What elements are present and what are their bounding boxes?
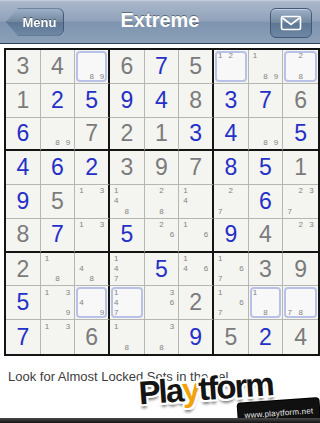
- pencil-marks: 13: [76, 186, 107, 217]
- pencil-mark: 1: [180, 254, 190, 264]
- pencil-mark: 4: [111, 264, 122, 274]
- cell-value: 1: [294, 156, 307, 179]
- cell-r3c6[interactable]: 3: [179, 118, 214, 152]
- cell-r2c7[interactable]: 3: [214, 84, 249, 118]
- pencil-mark: 6: [167, 230, 178, 240]
- cell-r3c2[interactable]: 89: [41, 118, 76, 152]
- pencil-mark: 8: [87, 72, 97, 82]
- pencil-marks: 28: [284, 51, 317, 82]
- cell-value: 3: [120, 156, 133, 179]
- cell-value: 6: [120, 55, 133, 78]
- cell-r8c1[interactable]: 5: [6, 286, 41, 320]
- cell-r6c6[interactable]: 16: [179, 219, 214, 253]
- cell-value: 9: [189, 326, 202, 349]
- pencil-mark: 1: [250, 287, 261, 297]
- cell-value: 2: [259, 326, 272, 349]
- pencil-mark: 7: [215, 308, 226, 318]
- pencil-mark: 2: [226, 186, 237, 196]
- cell-r1c6[interactable]: 5: [179, 50, 214, 84]
- pencil-mark: 8: [295, 308, 306, 318]
- pencil-mark: 4: [111, 298, 122, 308]
- cell-value: 2: [16, 258, 29, 281]
- cell-r8c2[interactable]: 139: [41, 286, 76, 320]
- pencil-mark: 7: [111, 274, 122, 284]
- cell-value: 5: [85, 89, 98, 112]
- pencil-mark: 1: [250, 51, 261, 61]
- cell-value: 3: [224, 89, 237, 112]
- cell-value: 5: [189, 55, 202, 78]
- pencil-mark: 9: [271, 72, 282, 82]
- envelope-icon: [280, 15, 302, 31]
- cell-r1c8[interactable]: 189: [249, 50, 284, 84]
- mail-button[interactable]: [270, 8, 312, 38]
- pencil-marks: 38: [146, 321, 178, 353]
- cell-value: 9: [120, 89, 133, 112]
- pencil-mark: 8: [52, 274, 63, 284]
- pencil-marks: 167: [215, 254, 247, 285]
- cell-r7c4[interactable]: 147: [110, 253, 145, 287]
- pencil-mark: 6: [236, 264, 247, 274]
- cell-value: 6: [85, 326, 98, 349]
- menu-button[interactable]: Menu: [6, 8, 64, 36]
- pencil-marks: 237: [284, 186, 317, 217]
- cell-r9c6[interactable]: 9: [179, 320, 214, 354]
- cell-value: 6: [259, 190, 272, 213]
- cell-r2c8[interactable]: 7: [249, 84, 284, 118]
- pencil-mark: 7: [284, 308, 295, 318]
- highlight-ring: [284, 51, 317, 82]
- pencil-mark: 3: [167, 287, 178, 297]
- pencil-mark: 3: [63, 321, 74, 332]
- cell-r7c3[interactable]: 48: [75, 253, 110, 287]
- cell-r6c2[interactable]: 7: [41, 219, 76, 253]
- pencil-mark: 3: [97, 220, 107, 230]
- pencil-marks: 189: [250, 51, 282, 82]
- pencil-mark: 9: [97, 308, 107, 318]
- pencil-mark: 9: [63, 308, 74, 318]
- cell-value: 7: [85, 122, 98, 145]
- pencil-marks: 89: [250, 119, 282, 149]
- cell-value: 2: [51, 89, 64, 112]
- pencil-mark: 3: [306, 186, 317, 196]
- menu-button-label: Menu: [23, 15, 57, 30]
- cell-value: 5: [155, 258, 168, 281]
- cell-value: 6: [294, 89, 307, 112]
- pencil-mark: 8: [122, 207, 133, 217]
- cell-r5c3[interactable]: 13: [75, 185, 110, 219]
- cell-value: 1: [16, 89, 29, 112]
- pencil-mark: 9: [97, 72, 107, 82]
- pencil-mark: 1: [111, 321, 122, 332]
- pencil-mark: 8: [260, 72, 271, 82]
- cell-r3c8[interactable]: 89: [249, 118, 284, 152]
- pencil-mark: 3: [167, 321, 178, 332]
- cell-r5c4[interactable]: 148: [110, 185, 145, 219]
- cell-value: 5: [51, 190, 64, 213]
- cell-value: 8: [224, 156, 237, 179]
- pencil-mark: 8: [52, 138, 63, 148]
- cell-r4c1[interactable]: 4: [6, 151, 41, 185]
- cell-r5c5[interactable]: 28: [145, 185, 180, 219]
- cell-r9c5[interactable]: 38: [145, 320, 180, 354]
- cell-value: 4: [16, 156, 29, 179]
- cell-r1c2[interactable]: 4: [41, 50, 76, 84]
- pencil-mark: 1: [42, 287, 53, 297]
- cell-r5c9[interactable]: 237: [283, 185, 318, 219]
- pencil-marks: 16: [180, 220, 211, 250]
- pencil-mark: 2: [295, 51, 306, 61]
- pencil-mark: 9: [63, 138, 74, 148]
- cell-value: 3: [189, 122, 202, 145]
- cell-value: 9: [155, 156, 168, 179]
- cell-r6c4[interactable]: 5: [110, 219, 145, 253]
- cell-r3c1[interactable]: 6: [6, 118, 41, 152]
- cell-value: 9: [16, 190, 29, 213]
- pencil-mark: 8: [260, 138, 271, 148]
- pencil-marks: 48: [76, 254, 107, 285]
- pencil-mark: 1: [76, 186, 86, 196]
- pencil-marks: 49: [76, 287, 107, 318]
- cell-r1c7[interactable]: 12: [214, 50, 249, 84]
- pencil-mark: 3: [97, 186, 107, 196]
- pencil-mark: 1: [76, 220, 86, 230]
- pencil-mark: 1: [42, 321, 53, 332]
- cell-r8c5[interactable]: 36: [145, 286, 180, 320]
- cell-r7c2[interactable]: 18: [41, 253, 76, 287]
- highlight-ring: [215, 51, 247, 82]
- cell-r5c2[interactable]: 5: [41, 185, 76, 219]
- cell-r3c7[interactable]: 4: [214, 118, 249, 152]
- pencil-mark: 4: [111, 196, 122, 206]
- cell-value: 5: [259, 156, 272, 179]
- cell-value: 4: [224, 122, 237, 145]
- cell-value: 4: [259, 223, 272, 246]
- cell-value: 5: [224, 326, 237, 349]
- cell-r5c1[interactable]: 9: [6, 185, 41, 219]
- cell-value: 2: [189, 291, 202, 314]
- cell-value: 3: [16, 55, 29, 78]
- cell-r7c5[interactable]: 5: [145, 253, 180, 287]
- pencil-mark: 4: [76, 298, 86, 308]
- highlight-ring: [76, 287, 107, 318]
- pencil-mark: 6: [201, 264, 211, 274]
- cell-r7c6[interactable]: 146: [179, 253, 214, 287]
- pencil-marks: 28: [146, 186, 178, 217]
- cell-r6c8[interactable]: 4: [249, 219, 284, 253]
- pencil-mark: 6: [201, 230, 211, 240]
- pencil-mark: 7: [215, 274, 226, 284]
- cell-value: 4: [155, 89, 168, 112]
- pencil-mark: 8: [295, 72, 306, 82]
- cell-r6c5[interactable]: 26: [145, 219, 180, 253]
- pencil-mark: 8: [156, 342, 167, 353]
- pencil-marks: 14: [180, 186, 211, 217]
- cell-r1c4[interactable]: 6: [110, 50, 145, 84]
- pencil-marks: 139: [42, 287, 74, 318]
- cell-r2c4[interactable]: 9: [110, 84, 145, 118]
- pencil-marks: 26: [146, 220, 178, 250]
- pencil-mark: 1: [215, 254, 226, 264]
- pencil-marks: 89: [76, 51, 107, 82]
- cell-r3c3[interactable]: 7: [75, 118, 110, 152]
- pencil-mark: 1: [215, 287, 226, 297]
- cell-r8c4[interactable]: 147: [110, 286, 145, 320]
- cell-value: 7: [155, 55, 168, 78]
- pencil-marks: 12: [215, 51, 247, 82]
- cell-r7c8[interactable]: 3: [249, 253, 284, 287]
- pencil-marks: 148: [111, 186, 143, 217]
- pencil-mark: 6: [236, 298, 247, 308]
- pencil-marks: 18: [111, 321, 143, 353]
- cell-r4c4[interactable]: 3: [110, 151, 145, 185]
- cell-r2c3[interactable]: 5: [75, 84, 110, 118]
- cell-value: 5: [294, 122, 307, 145]
- cell-r3c9[interactable]: 5: [283, 118, 318, 152]
- cell-r4c9[interactable]: 1: [283, 151, 318, 185]
- cell-r1c5[interactable]: 7: [145, 50, 180, 84]
- cell-r2c2[interactable]: 2: [41, 84, 76, 118]
- pencil-mark: 8: [156, 207, 167, 217]
- cell-r7c1[interactable]: 2: [6, 253, 41, 287]
- cell-r9c1[interactable]: 7: [6, 320, 41, 354]
- cell-r8c3[interactable]: 49: [75, 286, 110, 320]
- pencil-marks: 13: [76, 220, 107, 250]
- cell-value: 3: [259, 258, 272, 281]
- cell-r9c9[interactable]: 4: [283, 320, 318, 354]
- cell-value: 2: [85, 156, 98, 179]
- pencil-mark: 1: [42, 254, 53, 264]
- pencil-mark: 3: [63, 287, 74, 297]
- cell-r8c6[interactable]: 2: [179, 286, 214, 320]
- cell-value: 4: [294, 326, 307, 349]
- pencil-mark: 9: [271, 138, 282, 148]
- cell-value: 8: [189, 89, 202, 112]
- cell-r5c6[interactable]: 14: [179, 185, 214, 219]
- cell-r3c5[interactable]: 1: [145, 118, 180, 152]
- pencil-mark: 1: [180, 220, 190, 230]
- cell-r4c6[interactable]: 7: [179, 151, 214, 185]
- pencil-mark: 8: [122, 342, 133, 353]
- cell-value: 7: [259, 89, 272, 112]
- highlight-ring: [250, 287, 282, 318]
- pencil-mark: 7: [215, 207, 226, 217]
- pencil-marks: 27: [215, 186, 247, 217]
- cell-r5c8[interactable]: 6: [249, 185, 284, 219]
- pencil-mark: 2: [156, 220, 167, 230]
- pencil-mark: 4: [180, 196, 190, 206]
- pencil-mark: 1: [180, 186, 190, 196]
- cell-r2c6[interactable]: 8: [179, 84, 214, 118]
- pencil-marks: 89: [42, 119, 74, 149]
- cell-value: 7: [189, 156, 202, 179]
- cell-r9c4[interactable]: 18: [110, 320, 145, 354]
- bottom-strip: [0, 418, 320, 423]
- cell-r4c5[interactable]: 9: [145, 151, 180, 185]
- pencil-mark: 4: [76, 264, 86, 274]
- pencil-marks: 78: [284, 287, 317, 318]
- cell-r7c9[interactable]: 9: [283, 253, 318, 287]
- cell-r4c2[interactable]: 6: [41, 151, 76, 185]
- cell-r1c9[interactable]: 28: [283, 50, 318, 84]
- cell-value: 2: [120, 122, 133, 145]
- cell-value: 8: [16, 223, 29, 246]
- pencil-mark: 8: [87, 274, 97, 284]
- cell-value: 6: [16, 122, 29, 145]
- pencil-mark: 2: [295, 220, 306, 230]
- pencil-mark: 2: [226, 51, 237, 61]
- cell-r3c4[interactable]: 2: [110, 118, 145, 152]
- cell-value: 6: [51, 156, 64, 179]
- cell-r4c8[interactable]: 5: [249, 151, 284, 185]
- sudoku-grid: 3489675121892812594837668972134895462397…: [4, 48, 320, 356]
- pencil-marks: 18: [42, 254, 74, 285]
- pencil-mark: 8: [260, 308, 271, 318]
- pencil-mark: 6: [167, 298, 178, 308]
- cell-r9c8[interactable]: 2: [249, 320, 284, 354]
- highlight-ring: [284, 287, 317, 318]
- pencil-mark: 7: [111, 308, 122, 318]
- navigation-bar: Menu Extreme: [0, 0, 320, 44]
- pencil-marks: 18: [250, 287, 282, 318]
- cell-r4c7[interactable]: 8: [214, 151, 249, 185]
- cell-r8c8[interactable]: 18: [249, 286, 284, 320]
- hint-text: Look for Almost Locked Sets in the sel: [8, 369, 318, 384]
- pencil-mark: 1: [111, 254, 122, 264]
- cell-r6c9[interactable]: 23: [283, 219, 318, 253]
- cell-r6c7[interactable]: 9: [214, 219, 249, 253]
- highlight-ring: [76, 51, 107, 82]
- cell-value: 5: [16, 291, 29, 314]
- cell-r9c7[interactable]: 5: [214, 320, 249, 354]
- cell-r8c7[interactable]: 167: [214, 286, 249, 320]
- cell-r8c9[interactable]: 78: [283, 286, 318, 320]
- pencil-marks: 147: [111, 254, 143, 285]
- pencil-mark: 2: [156, 186, 167, 196]
- cell-r2c1[interactable]: 1: [6, 84, 41, 118]
- cell-r2c9[interactable]: 6: [283, 84, 318, 118]
- pencil-mark: 1: [111, 186, 122, 196]
- highlight-ring: [111, 287, 143, 318]
- cell-value: 7: [16, 326, 29, 349]
- cell-value: 4: [51, 55, 64, 78]
- pencil-mark: 1: [215, 51, 226, 61]
- cell-r5c7[interactable]: 27: [214, 185, 249, 219]
- cell-r6c1[interactable]: 8: [6, 219, 41, 253]
- cell-r6c3[interactable]: 13: [75, 219, 110, 253]
- pencil-mark: 4: [180, 264, 190, 274]
- cell-r1c1[interactable]: 3: [6, 50, 41, 84]
- pencil-mark: 3: [306, 220, 317, 230]
- pencil-marks: 13: [42, 321, 74, 353]
- cell-value: 7: [51, 223, 64, 246]
- cell-r2c5[interactable]: 4: [145, 84, 180, 118]
- pencil-marks: 147: [111, 287, 143, 318]
- pencil-mark: 2: [295, 186, 306, 196]
- pencil-marks: 23: [284, 220, 317, 250]
- cell-r4c3[interactable]: 2: [75, 151, 110, 185]
- pencil-mark: 1: [111, 287, 122, 297]
- pencil-marks: 36: [146, 287, 178, 318]
- pencil-mark: 7: [284, 207, 295, 217]
- cell-value: 5: [120, 223, 133, 246]
- pencil-marks: 146: [180, 254, 211, 285]
- cell-r9c2[interactable]: 13: [41, 320, 76, 354]
- cell-value: 9: [224, 223, 237, 246]
- cell-value: 9: [294, 258, 307, 281]
- cell-value: 1: [155, 122, 168, 145]
- cell-r9c3[interactable]: 6: [75, 320, 110, 354]
- cell-r1c3[interactable]: 89: [75, 50, 110, 84]
- pencil-marks: 167: [215, 287, 247, 318]
- cell-r7c7[interactable]: 167: [214, 253, 249, 287]
